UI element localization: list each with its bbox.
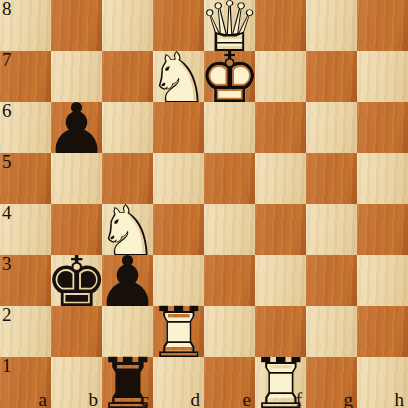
rank-label-6: 6 [2, 100, 12, 121]
square-b7[interactable] [51, 51, 102, 102]
square-c7[interactable] [102, 51, 153, 102]
rank-label-8: 8 [2, 0, 12, 19]
rank-label-4: 4 [2, 202, 12, 223]
piece-glyph: ♟ [51, 103, 102, 154]
file-label-h: h [395, 391, 405, 408]
square-d7[interactable]: ♞♘ [153, 51, 204, 102]
rank-label-3: 3 [2, 253, 12, 274]
square-b6[interactable]: ♟ [51, 102, 102, 153]
square-c6[interactable] [102, 102, 153, 153]
square-a4[interactable]: 4 [0, 204, 51, 255]
square-f8[interactable] [255, 0, 306, 51]
square-e8[interactable]: ♛♕ [204, 0, 255, 51]
piece-outline-glyph: ♘ [153, 52, 204, 103]
square-d1[interactable]: d [153, 357, 204, 408]
square-f3[interactable] [255, 255, 306, 306]
file-label-b: b [89, 391, 99, 408]
square-h5[interactable] [357, 153, 408, 204]
square-e1[interactable]: e [204, 357, 255, 408]
square-a7[interactable]: 7 [0, 51, 51, 102]
chess-board: 8♛♕7♞♘♚♔6♟54♞♘3♚♟2♜♖1abc♜def♜♖gh [0, 0, 408, 408]
square-b5[interactable] [51, 153, 102, 204]
square-f2[interactable] [255, 306, 306, 357]
white-knight[interactable]: ♞♘ [102, 204, 153, 255]
piece-outline-glyph: ♖ [153, 307, 204, 358]
piece-fill-glyph: ♞ [102, 205, 153, 256]
square-e5[interactable] [204, 153, 255, 204]
square-d3[interactable] [153, 255, 204, 306]
square-e3[interactable] [204, 255, 255, 306]
square-h6[interactable] [357, 102, 408, 153]
square-a3[interactable]: 3 [0, 255, 51, 306]
square-h4[interactable] [357, 204, 408, 255]
white-queen[interactable]: ♛♕ [204, 0, 255, 51]
piece-fill-glyph: ♛ [204, 1, 255, 52]
rank-label-7: 7 [2, 49, 12, 70]
square-e6[interactable] [204, 102, 255, 153]
square-c8[interactable] [102, 0, 153, 51]
piece-fill-glyph: ♚ [204, 52, 255, 103]
square-g8[interactable] [306, 0, 357, 51]
square-f7[interactable] [255, 51, 306, 102]
square-g6[interactable] [306, 102, 357, 153]
square-a2[interactable]: 2 [0, 306, 51, 357]
square-f6[interactable] [255, 102, 306, 153]
file-label-f: f [296, 391, 302, 408]
piece-outline-glyph: ♘ [102, 205, 153, 256]
square-c1[interactable]: c♜ [102, 357, 153, 408]
square-b4[interactable] [51, 204, 102, 255]
rank-label-5: 5 [2, 151, 12, 172]
square-e2[interactable] [204, 306, 255, 357]
square-d5[interactable] [153, 153, 204, 204]
white-knight[interactable]: ♞♘ [153, 51, 204, 102]
square-a6[interactable]: 6 [0, 102, 51, 153]
white-king[interactable]: ♚♔ [204, 51, 255, 102]
square-d6[interactable] [153, 102, 204, 153]
file-label-c: c [141, 391, 149, 408]
square-e4[interactable] [204, 204, 255, 255]
piece-outline-glyph: ♕ [204, 1, 255, 52]
white-rook[interactable]: ♜♖ [153, 306, 204, 357]
file-label-a: a [39, 391, 47, 408]
rank-label-2: 2 [2, 304, 12, 325]
file-label-g: g [344, 391, 354, 408]
file-label-e: e [243, 391, 251, 408]
square-g3[interactable] [306, 255, 357, 306]
square-h1[interactable]: h [357, 357, 408, 408]
piece-fill-glyph: ♜ [153, 307, 204, 358]
square-d4[interactable] [153, 204, 204, 255]
piece-outline-glyph: ♔ [204, 52, 255, 103]
square-g5[interactable] [306, 153, 357, 204]
piece-glyph: ♟ [102, 256, 153, 307]
black-pawn[interactable]: ♟ [102, 255, 153, 306]
square-c3[interactable]: ♟ [102, 255, 153, 306]
square-b2[interactable] [51, 306, 102, 357]
square-f4[interactable] [255, 204, 306, 255]
square-b1[interactable]: b [51, 357, 102, 408]
file-label-d: d [191, 391, 201, 408]
square-g7[interactable] [306, 51, 357, 102]
black-pawn[interactable]: ♟ [51, 102, 102, 153]
square-h3[interactable] [357, 255, 408, 306]
square-f1[interactable]: f♜♖ [255, 357, 306, 408]
square-h2[interactable] [357, 306, 408, 357]
black-king[interactable]: ♚ [51, 255, 102, 306]
square-c2[interactable] [102, 306, 153, 357]
square-h8[interactable] [357, 0, 408, 51]
square-c4[interactable]: ♞♘ [102, 204, 153, 255]
square-c5[interactable] [102, 153, 153, 204]
square-d8[interactable] [153, 0, 204, 51]
rank-label-1: 1 [2, 355, 12, 376]
square-h7[interactable] [357, 51, 408, 102]
square-g2[interactable] [306, 306, 357, 357]
square-a5[interactable]: 5 [0, 153, 51, 204]
square-e7[interactable]: ♚♔ [204, 51, 255, 102]
square-g1[interactable]: g [306, 357, 357, 408]
square-f5[interactable] [255, 153, 306, 204]
square-d2[interactable]: ♜♖ [153, 306, 204, 357]
square-g4[interactable] [306, 204, 357, 255]
piece-fill-glyph: ♞ [153, 52, 204, 103]
piece-glyph: ♚ [51, 256, 102, 307]
square-a1[interactable]: 1a [0, 357, 51, 408]
square-b3[interactable]: ♚ [51, 255, 102, 306]
square-b8[interactable] [51, 0, 102, 51]
square-a8[interactable]: 8 [0, 0, 51, 51]
